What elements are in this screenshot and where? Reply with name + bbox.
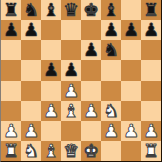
square-h1[interactable]: ♜ [141,141,161,161]
piece-white-pawn[interactable]: ♟ [83,101,99,119]
piece-black-king[interactable]: ♚ [83,1,99,19]
square-a5[interactable] [1,60,21,80]
square-f7[interactable]: ♟ [101,20,121,40]
square-b6[interactable] [21,40,41,60]
piece-white-rook[interactable]: ♜ [3,141,19,159]
square-h8[interactable]: ♜ [141,0,161,20]
square-c3[interactable]: ♟ [41,101,61,121]
piece-black-pawn[interactable]: ♟ [23,21,39,39]
square-c5[interactable]: ♟ [41,60,61,80]
piece-black-pawn[interactable]: ♟ [83,41,99,59]
square-g2[interactable]: ♟ [121,121,141,141]
piece-black-knight[interactable]: ♞ [103,41,119,59]
piece-white-pawn[interactable]: ♟ [23,121,39,139]
square-g1[interactable] [121,141,141,161]
square-c6[interactable] [41,40,61,60]
square-d5[interactable]: ♟ [61,60,81,80]
square-h3[interactable] [141,101,161,121]
piece-black-bishop[interactable]: ♝ [103,1,119,19]
square-a8[interactable]: ♜ [1,0,21,20]
square-d4[interactable]: ♟ [61,81,81,101]
piece-white-pawn[interactable]: ♟ [43,101,59,119]
square-b1[interactable]: ♞ [21,141,41,161]
square-b2[interactable]: ♟ [21,121,41,141]
piece-white-bishop[interactable]: ♝ [43,141,59,159]
square-g3[interactable] [121,101,141,121]
piece-black-pawn[interactable]: ♟ [103,21,119,39]
square-d3[interactable]: ♝ [61,101,81,121]
square-h7[interactable]: ♟ [141,20,161,40]
piece-white-pawn[interactable]: ♟ [103,121,119,139]
square-f1[interactable] [101,141,121,161]
piece-black-pawn[interactable]: ♟ [3,21,19,39]
square-b3[interactable] [21,101,41,121]
piece-white-pawn[interactable]: ♟ [123,121,139,139]
square-f2[interactable]: ♟ [101,121,121,141]
piece-black-pawn[interactable]: ♟ [143,21,159,39]
piece-black-rook[interactable]: ♜ [3,1,19,19]
piece-white-rook[interactable]: ♜ [143,141,159,159]
square-a7[interactable]: ♟ [1,20,21,40]
square-g7[interactable]: ♟ [121,20,141,40]
square-f3[interactable]: ♞ [101,101,121,121]
square-d2[interactable] [61,121,81,141]
square-e5[interactable] [81,60,101,80]
square-a6[interactable] [1,40,21,60]
piece-black-bishop[interactable]: ♝ [43,1,59,19]
square-f6[interactable]: ♞ [101,40,121,60]
square-d6[interactable] [61,40,81,60]
square-f5[interactable] [101,60,121,80]
square-c2[interactable] [41,121,61,141]
piece-white-pawn[interactable]: ♟ [3,121,19,139]
square-g5[interactable] [121,60,141,80]
square-c7[interactable] [41,20,61,40]
piece-black-knight[interactable]: ♞ [23,1,39,19]
square-e1[interactable]: ♚ [81,141,101,161]
square-a3[interactable] [1,101,21,121]
screenshot-stage: ♜♞♝♛♚♝♜♟♟♟♟♟♟♞♟♟♟♟♝♟♞♟♟♟♟♟♜♞♝♛♚♜ [0,0,162,162]
square-f8[interactable]: ♝ [101,0,121,20]
square-b8[interactable]: ♞ [21,0,41,20]
square-c1[interactable]: ♝ [41,141,61,161]
piece-white-queen[interactable]: ♛ [63,141,79,159]
chess-board: ♜♞♝♛♚♝♜♟♟♟♟♟♟♞♟♟♟♟♝♟♞♟♟♟♟♟♜♞♝♛♚♜ [0,0,162,162]
piece-white-bishop[interactable]: ♝ [63,101,79,119]
piece-black-pawn[interactable]: ♟ [123,21,139,39]
square-g4[interactable] [121,81,141,101]
square-a4[interactable] [1,81,21,101]
piece-black-pawn[interactable]: ♟ [63,61,79,79]
square-b4[interactable] [21,81,41,101]
piece-white-pawn[interactable]: ♟ [63,81,79,99]
square-a2[interactable]: ♟ [1,121,21,141]
square-a1[interactable]: ♜ [1,141,21,161]
square-d1[interactable]: ♛ [61,141,81,161]
square-b5[interactable] [21,60,41,80]
square-f4[interactable] [101,81,121,101]
square-e6[interactable]: ♟ [81,40,101,60]
square-e2[interactable] [81,121,101,141]
square-c8[interactable]: ♝ [41,0,61,20]
piece-white-pawn[interactable]: ♟ [143,121,159,139]
piece-black-pawn[interactable]: ♟ [43,61,59,79]
piece-white-knight[interactable]: ♞ [23,141,39,159]
piece-white-king[interactable]: ♚ [83,141,99,159]
square-b7[interactable]: ♟ [21,20,41,40]
piece-black-rook[interactable]: ♜ [143,1,159,19]
square-g8[interactable] [121,0,141,20]
square-h5[interactable] [141,60,161,80]
piece-black-queen[interactable]: ♛ [63,1,79,19]
square-e3[interactable]: ♟ [81,101,101,121]
square-c4[interactable] [41,81,61,101]
piece-white-knight[interactable]: ♞ [103,101,119,119]
square-h6[interactable] [141,40,161,60]
square-h4[interactable] [141,81,161,101]
square-e8[interactable]: ♚ [81,0,101,20]
square-d7[interactable] [61,20,81,40]
square-g6[interactable] [121,40,141,60]
square-e7[interactable] [81,20,101,40]
square-e4[interactable] [81,81,101,101]
square-h2[interactable]: ♟ [141,121,161,141]
square-d8[interactable]: ♛ [61,0,81,20]
